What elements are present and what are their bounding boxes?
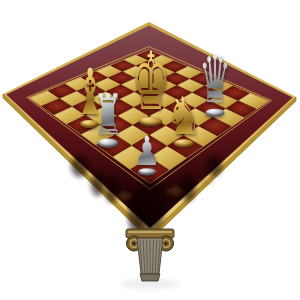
corner-leg xyxy=(126,229,174,281)
frame-reflection-piece xyxy=(206,156,222,176)
knight-glyph: ♞ xyxy=(165,90,202,142)
frame-reflection-piece xyxy=(91,172,105,196)
frame-reflection-piece xyxy=(128,194,144,234)
frame-reflection-piece xyxy=(71,155,89,177)
rook-glyph: ♜ xyxy=(93,87,123,143)
photo-canvas: ♝♜♚♟♞♛ xyxy=(0,0,300,300)
frame-reflection-piece xyxy=(106,177,119,203)
piece-silver-rook-a3[interactable]: ♜ xyxy=(83,87,133,147)
frame-reflection-piece xyxy=(181,175,196,201)
piece-gold-knight-c1[interactable]: ♞ xyxy=(161,90,208,147)
piece-silver-pawn-a1[interactable]: ♟ xyxy=(129,131,165,176)
pawn-glyph: ♟ xyxy=(133,131,160,171)
